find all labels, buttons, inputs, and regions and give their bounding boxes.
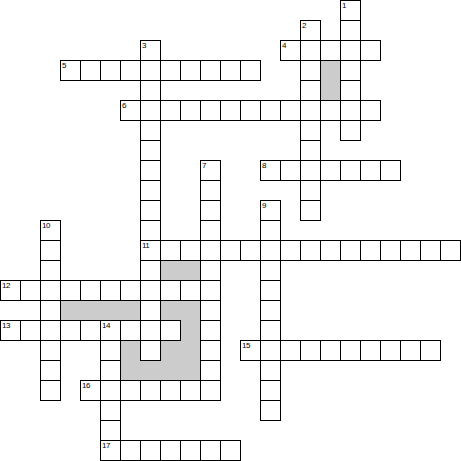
- shaded-cell-r3c16: [320, 60, 341, 81]
- cell-r17c17[interactable]: [340, 340, 361, 361]
- cell-r3c11[interactable]: [220, 60, 241, 81]
- cell-r8c14[interactable]: [280, 160, 301, 181]
- cell-r4c15[interactable]: [300, 80, 321, 101]
- shaded-cell-r16c9: [180, 320, 201, 341]
- cell-r0c17[interactable]: 1: [340, 0, 361, 21]
- cell-r12c16[interactable]: [320, 240, 341, 261]
- cell-r10c10[interactable]: [200, 200, 221, 221]
- clue-number-3: 3: [142, 41, 146, 50]
- cell-r5c14[interactable]: [280, 100, 301, 121]
- cell-r14c3[interactable]: [60, 280, 81, 301]
- cell-r18c13[interactable]: [260, 360, 281, 381]
- shaded-cell-r15c9: [180, 300, 201, 321]
- cell-r18c10[interactable]: [200, 360, 221, 381]
- cell-r12c19[interactable]: [380, 240, 401, 261]
- cell-r14c9[interactable]: [180, 280, 201, 301]
- cell-r17c19[interactable]: [380, 340, 401, 361]
- cell-r12c8[interactable]: [160, 240, 181, 261]
- cell-r3c6[interactable]: [120, 60, 141, 81]
- clue-number-9: 9: [262, 201, 266, 210]
- clue-number-2: 2: [302, 21, 306, 30]
- cell-r5c9[interactable]: [180, 100, 201, 121]
- cell-r17c5[interactable]: [100, 340, 121, 361]
- cell-r19c10[interactable]: [200, 380, 221, 401]
- cell-r16c4[interactable]: [80, 320, 101, 341]
- cell-r12c2[interactable]: [40, 240, 61, 261]
- cell-r10c7[interactable]: [140, 200, 161, 221]
- cell-r17c18[interactable]: [360, 340, 381, 361]
- cell-r17c7[interactable]: [140, 340, 161, 361]
- cell-r17c21[interactable]: [420, 340, 441, 361]
- cell-r21c5[interactable]: [100, 420, 121, 441]
- cell-r14c1[interactable]: [20, 280, 41, 301]
- clue-number-12: 12: [2, 281, 10, 290]
- cell-r22c9[interactable]: [180, 440, 201, 461]
- cell-r5c17[interactable]: [340, 100, 361, 121]
- cell-r15c13[interactable]: [260, 300, 281, 321]
- cell-r14c2[interactable]: [40, 280, 61, 301]
- cell-r17c13[interactable]: [260, 340, 281, 361]
- cell-r8c17[interactable]: [340, 160, 361, 181]
- cell-r12c13[interactable]: [260, 240, 281, 261]
- cell-r7c15[interactable]: [300, 140, 321, 161]
- cell-r5c7[interactable]: [140, 100, 161, 121]
- cell-r3c15[interactable]: [300, 60, 321, 81]
- cell-r16c3[interactable]: [60, 320, 81, 341]
- cell-r16c5[interactable]: 14: [100, 320, 121, 341]
- cell-r22c10[interactable]: [200, 440, 221, 461]
- crossword-board: 1234567891011121314151617: [0, 0, 461, 461]
- cell-r12c15[interactable]: [300, 240, 321, 261]
- cell-r16c8[interactable]: [160, 320, 181, 341]
- shaded-cell-r17c6: [120, 340, 141, 361]
- cell-r16c7[interactable]: [140, 320, 161, 341]
- cell-r2c14[interactable]: 4: [280, 40, 301, 61]
- cell-r16c6[interactable]: [120, 320, 141, 341]
- cell-r8c19[interactable]: [380, 160, 401, 181]
- cell-r17c16[interactable]: [320, 340, 341, 361]
- shaded-cell-r18c6: [120, 360, 141, 381]
- cell-r13c10[interactable]: [200, 260, 221, 281]
- cell-r16c1[interactable]: [20, 320, 41, 341]
- cell-r14c8[interactable]: [160, 280, 181, 301]
- shaded-cell-r4c16: [320, 80, 341, 101]
- cell-r2c17[interactable]: [340, 40, 361, 61]
- cell-r3c9[interactable]: [180, 60, 201, 81]
- cell-r5c8[interactable]: [160, 100, 181, 121]
- cell-r22c5[interactable]: 17: [100, 440, 121, 461]
- shaded-cell-r18c9: [180, 360, 201, 381]
- clue-number-13: 13: [2, 321, 10, 330]
- cell-r19c2[interactable]: [40, 380, 61, 401]
- cell-r20c5[interactable]: [100, 400, 121, 421]
- cell-r5c16[interactable]: [320, 100, 341, 121]
- cell-r3c17[interactable]: [340, 60, 361, 81]
- cell-r5c12[interactable]: [240, 100, 261, 121]
- clue-number-10: 10: [42, 221, 50, 230]
- cell-r13c7[interactable]: [140, 260, 161, 281]
- cell-r8c15[interactable]: [300, 160, 321, 181]
- cell-r5c18[interactable]: [360, 100, 381, 121]
- cell-r17c14[interactable]: [280, 340, 301, 361]
- cell-r18c2[interactable]: [40, 360, 61, 381]
- cell-r3c3[interactable]: 5: [60, 60, 81, 81]
- clue-number-7: 7: [202, 161, 206, 170]
- cell-r12c18[interactable]: [360, 240, 381, 261]
- clue-number-14: 14: [102, 321, 110, 330]
- cell-r9c10[interactable]: [200, 180, 221, 201]
- cell-r3c8[interactable]: [160, 60, 181, 81]
- cell-r17c20[interactable]: [400, 340, 421, 361]
- shaded-cell-r18c8: [160, 360, 181, 381]
- cell-r1c17[interactable]: [340, 20, 361, 41]
- cell-r2c15[interactable]: [300, 40, 321, 61]
- shaded-cell-r17c8: [160, 340, 181, 361]
- cell-r18c5[interactable]: [100, 360, 121, 381]
- clue-number-5: 5: [62, 61, 66, 70]
- cell-r5c15[interactable]: [300, 100, 321, 121]
- shaded-cell-r13c8: [160, 260, 181, 281]
- cell-r14c10[interactable]: [200, 280, 221, 301]
- shaded-cell-r15c6: [120, 300, 141, 321]
- cell-r16c13[interactable]: [260, 320, 281, 341]
- cell-r5c11[interactable]: [220, 100, 241, 121]
- cell-r11c13[interactable]: [260, 220, 281, 241]
- cell-r13c13[interactable]: [260, 260, 281, 281]
- cell-r10c13[interactable]: 9: [260, 200, 281, 221]
- cell-r15c7[interactable]: [140, 300, 161, 321]
- cell-r8c18[interactable]: [360, 160, 381, 181]
- shaded-cell-r17c9: [180, 340, 201, 361]
- cell-r22c8[interactable]: [160, 440, 181, 461]
- cell-r5c13[interactable]: [260, 100, 281, 121]
- cell-r5c6[interactable]: 6: [120, 100, 141, 121]
- cell-r17c2[interactable]: [40, 340, 61, 361]
- cell-r12c17[interactable]: [340, 240, 361, 261]
- shaded-cell-r15c8: [160, 300, 181, 321]
- cell-r12c11[interactable]: [220, 240, 241, 261]
- cell-r14c6[interactable]: [120, 280, 141, 301]
- cell-r4c17[interactable]: [340, 80, 361, 101]
- cell-r17c15[interactable]: [300, 340, 321, 361]
- cell-r8c10[interactable]: 7: [200, 160, 221, 181]
- cell-r20c13[interactable]: [260, 400, 281, 421]
- cell-r19c9[interactable]: [180, 380, 201, 401]
- cell-r11c2[interactable]: 10: [40, 220, 61, 241]
- cell-r12c12[interactable]: [240, 240, 261, 261]
- cell-r14c4[interactable]: [80, 280, 101, 301]
- cell-r6c7[interactable]: [140, 120, 161, 141]
- cell-r19c8[interactable]: [160, 380, 181, 401]
- cell-r3c5[interactable]: [100, 60, 121, 81]
- cell-r11c10[interactable]: [200, 220, 221, 241]
- cell-r12c22[interactable]: [440, 240, 461, 261]
- cell-r12c21[interactable]: [420, 240, 441, 261]
- shaded-cell-r15c4: [80, 300, 101, 321]
- cell-r12c20[interactable]: [400, 240, 421, 261]
- cell-r16c0[interactable]: 13: [0, 320, 21, 341]
- cell-r16c2[interactable]: [40, 320, 61, 341]
- cell-r3c4[interactable]: [80, 60, 101, 81]
- cell-r3c7[interactable]: [140, 60, 161, 81]
- cell-r6c17[interactable]: [340, 120, 361, 141]
- cell-r7c7[interactable]: [140, 140, 161, 161]
- cell-r17c10[interactable]: [200, 340, 221, 361]
- cell-r10c15[interactable]: [300, 200, 321, 221]
- cell-r19c7[interactable]: [140, 380, 161, 401]
- cell-r19c13[interactable]: [260, 380, 281, 401]
- cell-r6c15[interactable]: [300, 120, 321, 141]
- clue-number-1: 1: [342, 1, 346, 10]
- cell-r14c7[interactable]: [140, 280, 161, 301]
- cell-r8c7[interactable]: [140, 160, 161, 181]
- cell-r4c7[interactable]: [140, 80, 161, 101]
- cell-r19c6[interactable]: [120, 380, 141, 401]
- cell-r17c12[interactable]: 15: [240, 340, 261, 361]
- cell-r2c16[interactable]: [320, 40, 341, 61]
- cell-r14c0[interactable]: 12: [0, 280, 21, 301]
- cell-r5c10[interactable]: [200, 100, 221, 121]
- cell-r15c2[interactable]: [40, 300, 61, 321]
- cell-r12c10[interactable]: [200, 240, 221, 261]
- cell-r1c15[interactable]: 2: [300, 20, 321, 41]
- shaded-cell-r15c3: [60, 300, 81, 321]
- cell-r3c12[interactable]: [240, 60, 261, 81]
- cell-r13c2[interactable]: [40, 260, 61, 281]
- cell-r8c13[interactable]: 8: [260, 160, 281, 181]
- cell-r14c13[interactable]: [260, 280, 281, 301]
- clue-number-16: 16: [82, 381, 90, 390]
- clue-number-17: 17: [102, 441, 110, 450]
- cell-r14c5[interactable]: [100, 280, 121, 301]
- clue-number-8: 8: [262, 161, 266, 170]
- cell-r12c9[interactable]: [180, 240, 201, 261]
- cell-r19c4[interactable]: 16: [80, 380, 101, 401]
- cell-r22c6[interactable]: [120, 440, 141, 461]
- cell-r11c7[interactable]: [140, 220, 161, 241]
- cell-r15c10[interactable]: [200, 300, 221, 321]
- cell-r9c15[interactable]: [300, 180, 321, 201]
- cell-r2c7[interactable]: 3: [140, 40, 161, 61]
- cell-r22c7[interactable]: [140, 440, 161, 461]
- shaded-cell-r13c9: [180, 260, 201, 281]
- cell-r2c18[interactable]: [360, 40, 381, 61]
- shaded-cell-r15c5: [100, 300, 121, 321]
- cell-r12c14[interactable]: [280, 240, 301, 261]
- cell-r22c11[interactable]: [220, 440, 241, 461]
- cell-r19c5[interactable]: [100, 380, 121, 401]
- shaded-cell-r18c7: [140, 360, 161, 381]
- cell-r8c16[interactable]: [320, 160, 341, 181]
- clue-number-15: 15: [242, 341, 250, 350]
- clue-number-6: 6: [122, 101, 126, 110]
- clue-number-11: 11: [142, 241, 149, 250]
- cell-r12c7[interactable]: 11: [140, 240, 161, 261]
- clue-number-4: 4: [282, 41, 286, 50]
- cell-r16c10[interactable]: [200, 320, 221, 341]
- cell-r9c7[interactable]: [140, 180, 161, 201]
- cell-r3c10[interactable]: [200, 60, 221, 81]
